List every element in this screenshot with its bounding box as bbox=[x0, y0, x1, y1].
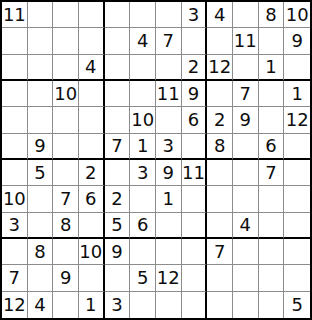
cell-r10c12[interactable] bbox=[284, 239, 310, 265]
cell-r1c12[interactable]: 10 bbox=[284, 2, 310, 28]
cell-r9c2[interactable] bbox=[28, 213, 54, 239]
cell-r5c8[interactable]: 6 bbox=[182, 107, 208, 133]
cell-r6c7[interactable]: 3 bbox=[156, 134, 182, 160]
cell-r5c4[interactable] bbox=[79, 107, 105, 133]
cell-r2c10[interactable]: 11 bbox=[233, 28, 259, 54]
cell-r5c6[interactable]: 10 bbox=[130, 107, 156, 133]
cell-r9c4[interactable] bbox=[79, 213, 105, 239]
cell-r7c9[interactable] bbox=[207, 160, 233, 186]
cell-r10c1[interactable] bbox=[2, 239, 28, 265]
cell-r1c9[interactable]: 4 bbox=[207, 2, 233, 28]
cell-r9c5[interactable]: 5 bbox=[105, 213, 131, 239]
cell-r12c8[interactable] bbox=[182, 292, 208, 318]
cell-r4c9[interactable] bbox=[207, 81, 233, 107]
cell-r6c3[interactable] bbox=[53, 134, 79, 160]
cell-r10c4[interactable]: 10 bbox=[79, 239, 105, 265]
cell-r7c8[interactable]: 11 bbox=[182, 160, 208, 186]
cell-r7c5[interactable] bbox=[105, 160, 131, 186]
cell-r8c12[interactable] bbox=[284, 186, 310, 212]
cell-r5c9[interactable]: 2 bbox=[207, 107, 233, 133]
cell-r12c5[interactable]: 3 bbox=[105, 292, 131, 318]
cell-r11c1[interactable]: 7 bbox=[2, 265, 28, 291]
cell-r6c10[interactable] bbox=[233, 134, 259, 160]
cell-r12c2[interactable]: 4 bbox=[28, 292, 54, 318]
cell-r6c9[interactable]: 8 bbox=[207, 134, 233, 160]
cell-r6c5[interactable]: 7 bbox=[105, 134, 131, 160]
cell-r5c7[interactable] bbox=[156, 107, 182, 133]
cell-r1c7[interactable] bbox=[156, 2, 182, 28]
cell-r12c12[interactable]: 5 bbox=[284, 292, 310, 318]
cell-r10c5[interactable]: 9 bbox=[105, 239, 131, 265]
cell-r6c11[interactable]: 6 bbox=[259, 134, 285, 160]
cell-r4c10[interactable]: 7 bbox=[233, 81, 259, 107]
cell-r1c8[interactable]: 3 bbox=[182, 2, 208, 28]
cell-r1c10[interactable] bbox=[233, 2, 259, 28]
cell-r4c12[interactable]: 1 bbox=[284, 81, 310, 107]
cell-r4c7[interactable]: 11 bbox=[156, 81, 182, 107]
cell-r9c12[interactable] bbox=[284, 213, 310, 239]
cell-r8c11[interactable] bbox=[259, 186, 285, 212]
cell-r10c3[interactable] bbox=[53, 239, 79, 265]
cell-r6c2[interactable]: 9 bbox=[28, 134, 54, 160]
cell-r8c10[interactable] bbox=[233, 186, 259, 212]
cell-r11c10[interactable] bbox=[233, 265, 259, 291]
cell-r11c11[interactable] bbox=[259, 265, 285, 291]
cell-r1c6[interactable] bbox=[130, 2, 156, 28]
cell-r9c8[interactable] bbox=[182, 213, 208, 239]
cell-r8c1[interactable]: 10 bbox=[2, 186, 28, 212]
cell-r10c9[interactable]: 7 bbox=[207, 239, 233, 265]
cell-r12c10[interactable] bbox=[233, 292, 259, 318]
cell-r9c10[interactable]: 4 bbox=[233, 213, 259, 239]
cell-r7c12[interactable] bbox=[284, 160, 310, 186]
cell-r2c8[interactable] bbox=[182, 28, 208, 54]
cell-r6c1[interactable] bbox=[2, 134, 28, 160]
cell-r1c5[interactable] bbox=[105, 2, 131, 28]
cell-r6c6[interactable]: 1 bbox=[130, 134, 156, 160]
cell-r4c11[interactable] bbox=[259, 81, 285, 107]
cell-r12c9[interactable] bbox=[207, 292, 233, 318]
cell-r3c9[interactable]: 12 bbox=[207, 55, 233, 81]
cell-r2c6[interactable]: 4 bbox=[130, 28, 156, 54]
cell-r3c10[interactable] bbox=[233, 55, 259, 81]
cell-r9c11[interactable] bbox=[259, 213, 285, 239]
cell-r9c1[interactable]: 3 bbox=[2, 213, 28, 239]
cell-r12c11[interactable] bbox=[259, 292, 285, 318]
cell-r11c9[interactable] bbox=[207, 265, 233, 291]
cell-r1c4[interactable] bbox=[79, 2, 105, 28]
cell-r4c8[interactable]: 9 bbox=[182, 81, 208, 107]
cell-r1c11[interactable]: 8 bbox=[259, 2, 285, 28]
cell-r9c6[interactable]: 6 bbox=[130, 213, 156, 239]
cell-r4c3[interactable]: 10 bbox=[53, 81, 79, 107]
cell-r2c9[interactable] bbox=[207, 28, 233, 54]
cell-r7c1[interactable] bbox=[2, 160, 28, 186]
cell-r10c6[interactable] bbox=[130, 239, 156, 265]
cell-r2c5[interactable] bbox=[105, 28, 131, 54]
cell-r5c2[interactable] bbox=[28, 107, 54, 133]
cell-r2c11[interactable] bbox=[259, 28, 285, 54]
cell-r11c6[interactable]: 5 bbox=[130, 265, 156, 291]
cell-r2c4[interactable] bbox=[79, 28, 105, 54]
cell-r5c11[interactable] bbox=[259, 107, 285, 133]
cell-r4c2[interactable] bbox=[28, 81, 54, 107]
cell-r8c9[interactable] bbox=[207, 186, 233, 212]
cell-r2c2[interactable] bbox=[28, 28, 54, 54]
sudoku-board: 1134810471194212110119711062912971386523… bbox=[0, 0, 312, 320]
cell-r5c3[interactable] bbox=[53, 107, 79, 133]
cell-r5c10[interactable]: 9 bbox=[233, 107, 259, 133]
cell-r4c1[interactable] bbox=[2, 81, 28, 107]
cell-r8c5[interactable]: 2 bbox=[105, 186, 131, 212]
cell-r4c6[interactable] bbox=[130, 81, 156, 107]
cell-r8c2[interactable] bbox=[28, 186, 54, 212]
cell-r3c12[interactable] bbox=[284, 55, 310, 81]
cell-r7c2[interactable]: 5 bbox=[28, 160, 54, 186]
cell-r11c4[interactable] bbox=[79, 265, 105, 291]
cell-r8c3[interactable]: 7 bbox=[53, 186, 79, 212]
cell-r12c7[interactable] bbox=[156, 292, 182, 318]
cell-r8c6[interactable] bbox=[130, 186, 156, 212]
cell-r11c7[interactable]: 12 bbox=[156, 265, 182, 291]
cell-r7c10[interactable] bbox=[233, 160, 259, 186]
cell-r3c8[interactable]: 2 bbox=[182, 55, 208, 81]
cell-r11c5[interactable] bbox=[105, 265, 131, 291]
cell-r9c7[interactable] bbox=[156, 213, 182, 239]
cell-r7c7[interactable]: 9 bbox=[156, 160, 182, 186]
cell-r5c5[interactable] bbox=[105, 107, 131, 133]
cell-r6c4[interactable] bbox=[79, 134, 105, 160]
cell-r3c4[interactable]: 4 bbox=[79, 55, 105, 81]
cell-r3c1[interactable] bbox=[2, 55, 28, 81]
cell-r1c3[interactable] bbox=[53, 2, 79, 28]
cell-r12c3[interactable] bbox=[53, 292, 79, 318]
cell-r2c1[interactable] bbox=[2, 28, 28, 54]
cell-r10c8[interactable] bbox=[182, 239, 208, 265]
cell-r2c3[interactable] bbox=[53, 28, 79, 54]
cell-r7c3[interactable] bbox=[53, 160, 79, 186]
cell-r3c3[interactable] bbox=[53, 55, 79, 81]
cell-r2c7[interactable]: 7 bbox=[156, 28, 182, 54]
cell-r1c2[interactable] bbox=[28, 2, 54, 28]
cell-r3c6[interactable] bbox=[130, 55, 156, 81]
cell-r3c11[interactable]: 1 bbox=[259, 55, 285, 81]
cell-r11c12[interactable] bbox=[284, 265, 310, 291]
cell-r4c4[interactable] bbox=[79, 81, 105, 107]
cell-r5c12[interactable]: 12 bbox=[284, 107, 310, 133]
cell-r11c3[interactable]: 9 bbox=[53, 265, 79, 291]
cell-r10c10[interactable] bbox=[233, 239, 259, 265]
cell-r9c3[interactable]: 8 bbox=[53, 213, 79, 239]
cell-r6c8[interactable] bbox=[182, 134, 208, 160]
cell-r8c8[interactable] bbox=[182, 186, 208, 212]
cell-r9c9[interactable] bbox=[207, 213, 233, 239]
cell-r3c2[interactable] bbox=[28, 55, 54, 81]
cell-r2c12[interactable]: 9 bbox=[284, 28, 310, 54]
cell-r8c7[interactable]: 1 bbox=[156, 186, 182, 212]
cell-r11c8[interactable] bbox=[182, 265, 208, 291]
cell-r7c4[interactable]: 2 bbox=[79, 160, 105, 186]
cell-r10c7[interactable] bbox=[156, 239, 182, 265]
cell-r10c2[interactable]: 8 bbox=[28, 239, 54, 265]
cell-r12c1[interactable]: 12 bbox=[2, 292, 28, 318]
cell-r10c11[interactable] bbox=[259, 239, 285, 265]
cell-r5c1[interactable] bbox=[2, 107, 28, 133]
cell-r7c11[interactable]: 7 bbox=[259, 160, 285, 186]
cell-r8c4[interactable]: 6 bbox=[79, 186, 105, 212]
cell-r4c5[interactable] bbox=[105, 81, 131, 107]
cell-r12c4[interactable]: 1 bbox=[79, 292, 105, 318]
cell-r12c6[interactable] bbox=[130, 292, 156, 318]
cell-r1c1[interactable]: 11 bbox=[2, 2, 28, 28]
cell-r3c5[interactable] bbox=[105, 55, 131, 81]
cell-r3c7[interactable] bbox=[156, 55, 182, 81]
cell-r11c2[interactable] bbox=[28, 265, 54, 291]
cell-r6c12[interactable] bbox=[284, 134, 310, 160]
cell-r7c6[interactable]: 3 bbox=[130, 160, 156, 186]
